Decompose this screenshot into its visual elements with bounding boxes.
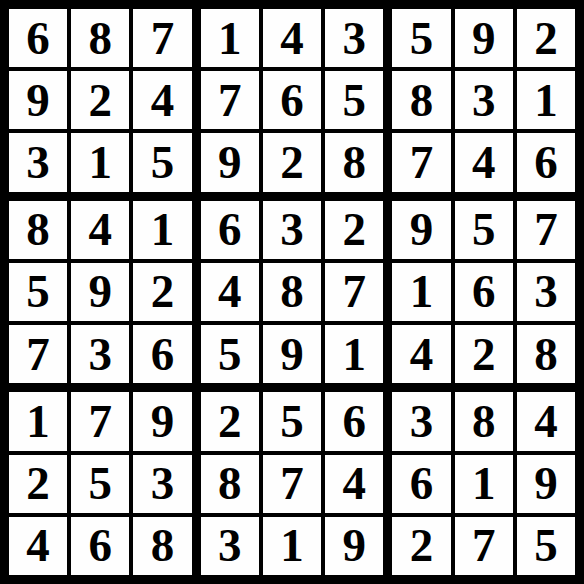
cell-r2c9: 1: [517, 71, 575, 129]
cell-r9c4: 3: [201, 517, 259, 575]
cell-r5c2: 9: [71, 263, 129, 321]
cell-r6c7: 4: [392, 325, 450, 383]
cell-r1c7: 5: [392, 9, 450, 67]
cell-r9c8: 7: [455, 517, 513, 575]
cell-r3c6: 8: [325, 133, 383, 191]
cell-r8c1: 2: [9, 455, 67, 513]
cell-r2c7: 8: [392, 71, 450, 129]
cell-r9c5: 1: [263, 517, 321, 575]
cell-r7c4: 2: [201, 392, 259, 450]
cell-r4c5: 3: [263, 201, 321, 259]
box-r2c3: 957163428: [392, 201, 575, 384]
cell-r7c5: 5: [263, 392, 321, 450]
cell-r5c9: 3: [517, 263, 575, 321]
cell-r1c3: 7: [133, 9, 191, 67]
cell-r9c7: 2: [392, 517, 450, 575]
cell-r3c5: 2: [263, 133, 321, 191]
cell-r1c1: 6: [9, 9, 67, 67]
cell-r8c4: 8: [201, 455, 259, 513]
cell-r7c7: 3: [392, 392, 450, 450]
cell-r5c5: 8: [263, 263, 321, 321]
cell-r6c5: 9: [263, 325, 321, 383]
cell-r1c2: 8: [71, 9, 129, 67]
cell-r6c4: 5: [201, 325, 259, 383]
cell-r2c3: 4: [133, 71, 191, 129]
cell-r3c8: 4: [455, 133, 513, 191]
cell-r3c4: 9: [201, 133, 259, 191]
cell-r1c8: 9: [455, 9, 513, 67]
cell-r2c2: 2: [71, 71, 129, 129]
box-r2c1: 841592736: [9, 201, 192, 384]
cell-r5c1: 5: [9, 263, 67, 321]
box-r1c1: 687924315: [9, 9, 192, 192]
cell-r9c9: 5: [517, 517, 575, 575]
cell-r2c4: 7: [201, 71, 259, 129]
cell-r6c6: 1: [325, 325, 383, 383]
box-r3c2: 256874319: [201, 392, 384, 575]
cell-r6c3: 6: [133, 325, 191, 383]
cell-r1c6: 3: [325, 9, 383, 67]
box-r1c2: 143765928: [201, 9, 384, 192]
box-r3c3: 384619275: [392, 392, 575, 575]
cell-r7c9: 4: [517, 392, 575, 450]
cell-r6c2: 3: [71, 325, 129, 383]
cell-r7c1: 1: [9, 392, 67, 450]
cell-r4c2: 4: [71, 201, 129, 259]
cell-r3c1: 3: [9, 133, 67, 191]
cell-r8c5: 7: [263, 455, 321, 513]
cell-r8c9: 9: [517, 455, 575, 513]
cell-r5c3: 2: [133, 263, 191, 321]
cell-r3c9: 6: [517, 133, 575, 191]
cell-r4c3: 1: [133, 201, 191, 259]
cell-r6c1: 7: [9, 325, 67, 383]
cell-r4c9: 7: [517, 201, 575, 259]
cell-r1c4: 1: [201, 9, 259, 67]
cell-r5c6: 7: [325, 263, 383, 321]
cell-r4c7: 9: [392, 201, 450, 259]
cell-r3c7: 7: [392, 133, 450, 191]
cell-r6c9: 8: [517, 325, 575, 383]
box-r1c3: 592831746: [392, 9, 575, 192]
cell-r5c8: 6: [455, 263, 513, 321]
cell-r5c7: 1: [392, 263, 450, 321]
cell-r4c6: 2: [325, 201, 383, 259]
sudoku-board: 6879243151437659285928317468415927366324…: [0, 0, 584, 584]
cell-r3c2: 1: [71, 133, 129, 191]
cell-r8c2: 5: [71, 455, 129, 513]
cell-r2c1: 9: [9, 71, 67, 129]
cell-r9c2: 6: [71, 517, 129, 575]
cell-r8c3: 3: [133, 455, 191, 513]
cell-r9c3: 8: [133, 517, 191, 575]
cell-r7c8: 8: [455, 392, 513, 450]
cell-r6c8: 2: [455, 325, 513, 383]
cell-r7c2: 7: [71, 392, 129, 450]
cell-r3c3: 5: [133, 133, 191, 191]
cell-r1c9: 2: [517, 9, 575, 67]
cell-r8c6: 4: [325, 455, 383, 513]
cell-r8c8: 1: [455, 455, 513, 513]
cell-r9c6: 9: [325, 517, 383, 575]
cell-r9c1: 4: [9, 517, 67, 575]
cell-r2c8: 3: [455, 71, 513, 129]
box-r2c2: 632487591: [201, 201, 384, 384]
cell-r2c6: 5: [325, 71, 383, 129]
cell-r7c6: 6: [325, 392, 383, 450]
cell-r1c5: 4: [263, 9, 321, 67]
cell-r5c4: 4: [201, 263, 259, 321]
cell-r4c1: 8: [9, 201, 67, 259]
cell-r8c7: 6: [392, 455, 450, 513]
cell-r4c4: 6: [201, 201, 259, 259]
cell-r7c3: 9: [133, 392, 191, 450]
cell-r2c5: 6: [263, 71, 321, 129]
box-r3c1: 179253468: [9, 392, 192, 575]
cell-r4c8: 5: [455, 201, 513, 259]
